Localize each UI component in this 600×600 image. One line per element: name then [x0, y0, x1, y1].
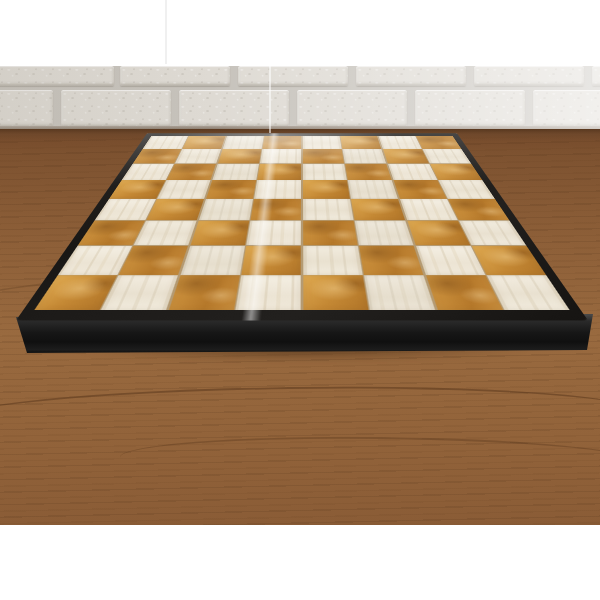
- background-bottom: [0, 525, 600, 600]
- brick: [356, 66, 466, 86]
- square-c6: [212, 164, 259, 180]
- square-e4: [303, 199, 353, 220]
- square-d8: [263, 136, 302, 149]
- square-e2: [303, 246, 362, 275]
- square-h8: [416, 136, 461, 149]
- square-c8: [223, 136, 264, 149]
- square-f1: [364, 276, 435, 310]
- square-c2: [181, 246, 245, 275]
- brick: [61, 90, 171, 127]
- photo-faint-line: [165, 0, 167, 64]
- square-a7: [133, 149, 181, 163]
- square-b3: [134, 221, 197, 245]
- square-d7: [260, 149, 301, 163]
- square-f4: [351, 199, 405, 220]
- brick: [297, 90, 407, 127]
- brick: [179, 90, 289, 127]
- square-f5: [348, 180, 398, 198]
- square-e8: [303, 136, 342, 149]
- square-c5: [206, 180, 256, 198]
- square-g6: [388, 164, 437, 180]
- square-f3: [355, 221, 414, 245]
- square-d4: [251, 199, 301, 220]
- square-d5: [254, 180, 301, 198]
- square-f8: [340, 136, 381, 149]
- square-b7: [175, 149, 221, 163]
- background-top: [0, 0, 600, 66]
- square-a8: [143, 136, 188, 149]
- square-c1: [169, 276, 240, 310]
- square-f7: [343, 149, 387, 163]
- square-e6: [303, 164, 347, 180]
- square-d2: [242, 246, 301, 275]
- square-f2: [359, 246, 423, 275]
- square-c4: [199, 199, 253, 220]
- square-b5: [158, 180, 211, 198]
- square-e7: [303, 149, 344, 163]
- square-g5: [393, 180, 446, 198]
- square-e5: [303, 180, 350, 198]
- square-g8: [378, 136, 421, 149]
- brick: [120, 66, 230, 86]
- square-b8: [183, 136, 226, 149]
- brick: [238, 66, 348, 86]
- square-c3: [190, 221, 249, 245]
- square-g7: [383, 149, 429, 163]
- square-f6: [345, 164, 392, 180]
- brick-wall: [0, 66, 600, 130]
- brick: [0, 90, 53, 127]
- brick: [474, 66, 584, 86]
- brick: [0, 66, 114, 86]
- square-d1: [236, 276, 301, 310]
- brick: [415, 90, 525, 127]
- square-e1: [303, 276, 368, 310]
- wood-grain-line: [120, 434, 600, 485]
- square-c7: [218, 149, 262, 163]
- square-d6: [258, 164, 302, 180]
- square-d3: [247, 221, 302, 245]
- photo-light-streak: [269, 0, 271, 133]
- square-g4: [400, 199, 458, 220]
- brick: [533, 90, 600, 127]
- square-b6: [167, 164, 216, 180]
- square-e3: [303, 221, 358, 245]
- square-b4: [147, 199, 205, 220]
- square-a6: [122, 164, 174, 180]
- brick: [592, 66, 600, 86]
- product-photo: [0, 0, 600, 600]
